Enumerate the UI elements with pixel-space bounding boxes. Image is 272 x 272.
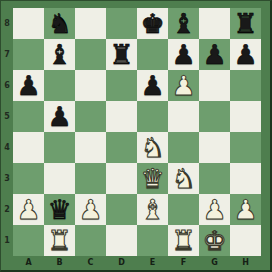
square-a2[interactable]: ♟ — [13, 194, 44, 225]
square-e6[interactable]: ♟ — [137, 70, 168, 101]
file-label-d: D — [106, 256, 137, 270]
square-h8[interactable]: ♜ — [230, 8, 261, 39]
square-a6[interactable]: ♟ — [13, 70, 44, 101]
square-d1[interactable] — [106, 225, 137, 256]
white-queen-e3[interactable]: ♛ — [137, 163, 168, 194]
square-e1[interactable] — [137, 225, 168, 256]
white-pawn-a2[interactable]: ♟ — [13, 194, 44, 225]
square-e8[interactable]: ♚ — [137, 8, 168, 39]
square-h6[interactable] — [230, 70, 261, 101]
black-pawn-e6[interactable]: ♟ — [137, 70, 168, 101]
square-c2[interactable]: ♟ — [75, 194, 106, 225]
square-g6[interactable] — [199, 70, 230, 101]
rank-label-5: 5 — [1, 101, 13, 132]
black-pawn-b5[interactable]: ♟ — [44, 101, 75, 132]
square-g1[interactable]: ♚ — [199, 225, 230, 256]
square-a1[interactable] — [13, 225, 44, 256]
square-f4[interactable] — [168, 132, 199, 163]
rank-label-7: 7 — [1, 39, 13, 70]
square-a4[interactable] — [13, 132, 44, 163]
square-g2[interactable]: ♟ — [199, 194, 230, 225]
rank-label-2: 2 — [1, 194, 13, 225]
square-b3[interactable] — [44, 163, 75, 194]
white-pawn-f6[interactable]: ♟ — [168, 70, 199, 101]
square-d3[interactable] — [106, 163, 137, 194]
square-c3[interactable] — [75, 163, 106, 194]
square-h2[interactable]: ♟ — [230, 194, 261, 225]
black-pawn-f7[interactable]: ♟ — [168, 39, 199, 70]
black-rook-d7[interactable]: ♜ — [106, 39, 137, 70]
file-label-g: G — [199, 256, 230, 270]
white-pawn-c2[interactable]: ♟ — [75, 194, 106, 225]
file-label-c: C — [75, 256, 106, 270]
square-h4[interactable] — [230, 132, 261, 163]
square-e7[interactable] — [137, 39, 168, 70]
square-g7[interactable]: ♟ — [199, 39, 230, 70]
square-d5[interactable] — [106, 101, 137, 132]
file-label-a: A — [13, 256, 44, 270]
chess-board: ♞♚♝♜♝♜♟♟♟♟♟♟♟♞♛♞♟♛♟♝♟♟♜♜♚ — [13, 8, 261, 256]
square-b7[interactable]: ♝ — [44, 39, 75, 70]
square-f6[interactable]: ♟ — [168, 70, 199, 101]
square-h3[interactable] — [230, 163, 261, 194]
square-h1[interactable] — [230, 225, 261, 256]
square-d6[interactable] — [106, 70, 137, 101]
square-e5[interactable] — [137, 101, 168, 132]
square-b5[interactable]: ♟ — [44, 101, 75, 132]
black-pawn-g7[interactable]: ♟ — [199, 39, 230, 70]
rank-label-4: 4 — [1, 132, 13, 163]
square-c1[interactable] — [75, 225, 106, 256]
square-f8[interactable]: ♝ — [168, 8, 199, 39]
square-f5[interactable] — [168, 101, 199, 132]
file-label-b: B — [44, 256, 75, 270]
square-a8[interactable] — [13, 8, 44, 39]
white-pawn-h2[interactable]: ♟ — [230, 194, 261, 225]
chess-board-frame: 87654321 ♞♚♝♜♝♜♟♟♟♟♟♟♟♞♛♞♟♛♟♝♟♟♜♜♚ ABCDE… — [0, 0, 272, 272]
square-a3[interactable] — [13, 163, 44, 194]
square-d7[interactable]: ♜ — [106, 39, 137, 70]
square-d8[interactable] — [106, 8, 137, 39]
square-c4[interactable] — [75, 132, 106, 163]
file-label-e: E — [137, 256, 168, 270]
file-labels: ABCDEFGH — [13, 256, 261, 270]
square-b1[interactable]: ♜ — [44, 225, 75, 256]
black-bishop-b7[interactable]: ♝ — [44, 39, 75, 70]
white-rook-f1[interactable]: ♜ — [168, 225, 199, 256]
square-b4[interactable] — [44, 132, 75, 163]
rank-label-1: 1 — [1, 225, 13, 256]
white-knight-f3[interactable]: ♞ — [168, 163, 199, 194]
file-label-h: H — [230, 256, 261, 270]
black-rook-h8[interactable]: ♜ — [230, 8, 261, 39]
square-g3[interactable] — [199, 163, 230, 194]
square-d4[interactable] — [106, 132, 137, 163]
rank-label-3: 3 — [1, 163, 13, 194]
file-label-f: F — [168, 256, 199, 270]
square-e4[interactable]: ♞ — [137, 132, 168, 163]
square-g5[interactable] — [199, 101, 230, 132]
square-c7[interactable] — [75, 39, 106, 70]
square-b6[interactable] — [44, 70, 75, 101]
square-c6[interactable] — [75, 70, 106, 101]
square-d2[interactable] — [106, 194, 137, 225]
white-knight-e4[interactable]: ♞ — [137, 132, 168, 163]
square-c8[interactable] — [75, 8, 106, 39]
square-b2[interactable]: ♛ — [44, 194, 75, 225]
black-pawn-h7[interactable]: ♟ — [230, 39, 261, 70]
rank-label-6: 6 — [1, 70, 13, 101]
rank-labels: 87654321 — [1, 8, 13, 256]
black-queen-b2[interactable]: ♛ — [44, 194, 75, 225]
square-g4[interactable] — [199, 132, 230, 163]
square-f2[interactable] — [168, 194, 199, 225]
rank-label-8: 8 — [1, 8, 13, 39]
black-knight-b8[interactable]: ♞ — [44, 8, 75, 39]
square-e3[interactable]: ♛ — [137, 163, 168, 194]
white-rook-b1[interactable]: ♜ — [44, 225, 75, 256]
white-pawn-g2[interactable]: ♟ — [199, 194, 230, 225]
black-king-e8[interactable]: ♚ — [137, 8, 168, 39]
white-king-g1[interactable]: ♚ — [199, 225, 230, 256]
white-bishop-e2[interactable]: ♝ — [137, 194, 168, 225]
square-e2[interactable]: ♝ — [137, 194, 168, 225]
square-h7[interactable]: ♟ — [230, 39, 261, 70]
square-h5[interactable] — [230, 101, 261, 132]
square-a7[interactable] — [13, 39, 44, 70]
square-g8[interactable] — [199, 8, 230, 39]
square-f7[interactable]: ♟ — [168, 39, 199, 70]
square-b8[interactable]: ♞ — [44, 8, 75, 39]
square-f1[interactable]: ♜ — [168, 225, 199, 256]
black-bishop-f8[interactable]: ♝ — [168, 8, 199, 39]
square-a5[interactable] — [13, 101, 44, 132]
square-f3[interactable]: ♞ — [168, 163, 199, 194]
black-pawn-a6[interactable]: ♟ — [13, 70, 44, 101]
square-c5[interactable] — [75, 101, 106, 132]
